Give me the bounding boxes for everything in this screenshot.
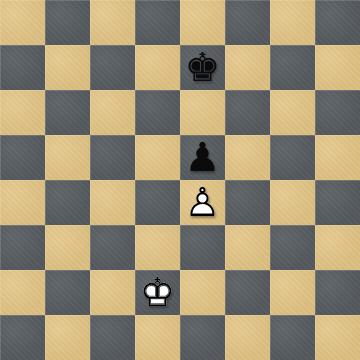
square-f3[interactable] [225,225,270,270]
square-d5[interactable] [135,135,180,180]
square-g4[interactable] [270,180,315,225]
chess-board: ♚♟♟♙♚♔ [0,0,360,360]
square-a1[interactable] [0,315,45,360]
square-c4[interactable] [90,180,135,225]
square-g8[interactable] [270,0,315,45]
square-a4[interactable] [0,180,45,225]
square-b4[interactable] [45,180,90,225]
square-a3[interactable] [0,225,45,270]
square-c7[interactable] [90,45,135,90]
white-pawn-outline: ♙ [180,180,225,225]
square-e7[interactable]: ♚ [180,45,225,90]
square-b6[interactable] [45,90,90,135]
square-a2[interactable] [0,270,45,315]
square-b5[interactable] [45,135,90,180]
square-g1[interactable] [270,315,315,360]
white-king-outline: ♔ [135,270,180,315]
square-h1[interactable] [315,315,360,360]
square-c6[interactable] [90,90,135,135]
square-g5[interactable] [270,135,315,180]
white-king[interactable]: ♚♔ [135,270,180,315]
square-e1[interactable] [180,315,225,360]
white-pawn[interactable]: ♟♙ [180,180,225,225]
square-f7[interactable] [225,45,270,90]
square-b7[interactable] [45,45,90,90]
square-b1[interactable] [45,315,90,360]
square-h5[interactable] [315,135,360,180]
square-d8[interactable] [135,0,180,45]
square-e4[interactable]: ♟♙ [180,180,225,225]
square-g2[interactable] [270,270,315,315]
square-f1[interactable] [225,315,270,360]
square-f8[interactable] [225,0,270,45]
square-d2[interactable]: ♚♔ [135,270,180,315]
square-h4[interactable] [315,180,360,225]
square-a6[interactable] [0,90,45,135]
square-f5[interactable] [225,135,270,180]
square-b8[interactable] [45,0,90,45]
square-h8[interactable] [315,0,360,45]
square-e3[interactable] [180,225,225,270]
square-a5[interactable] [0,135,45,180]
square-c1[interactable] [90,315,135,360]
square-e5[interactable]: ♟ [180,135,225,180]
square-f6[interactable] [225,90,270,135]
square-d3[interactable] [135,225,180,270]
square-h6[interactable] [315,90,360,135]
square-a8[interactable] [0,0,45,45]
square-h2[interactable] [315,270,360,315]
black-king-fill: ♚ [180,45,225,90]
square-g7[interactable] [270,45,315,90]
square-g6[interactable] [270,90,315,135]
square-e6[interactable] [180,90,225,135]
black-king[interactable]: ♚ [180,45,225,90]
square-b2[interactable] [45,270,90,315]
black-pawn-fill: ♟ [180,135,225,180]
square-c2[interactable] [90,270,135,315]
square-d4[interactable] [135,180,180,225]
square-f2[interactable] [225,270,270,315]
square-f4[interactable] [225,180,270,225]
square-a7[interactable] [0,45,45,90]
square-d6[interactable] [135,90,180,135]
square-d7[interactable] [135,45,180,90]
square-g3[interactable] [270,225,315,270]
square-d1[interactable] [135,315,180,360]
square-c8[interactable] [90,0,135,45]
square-h3[interactable] [315,225,360,270]
square-e8[interactable] [180,0,225,45]
square-b3[interactable] [45,225,90,270]
square-c5[interactable] [90,135,135,180]
square-c3[interactable] [90,225,135,270]
square-e2[interactable] [180,270,225,315]
black-pawn[interactable]: ♟ [180,135,225,180]
square-h7[interactable] [315,45,360,90]
